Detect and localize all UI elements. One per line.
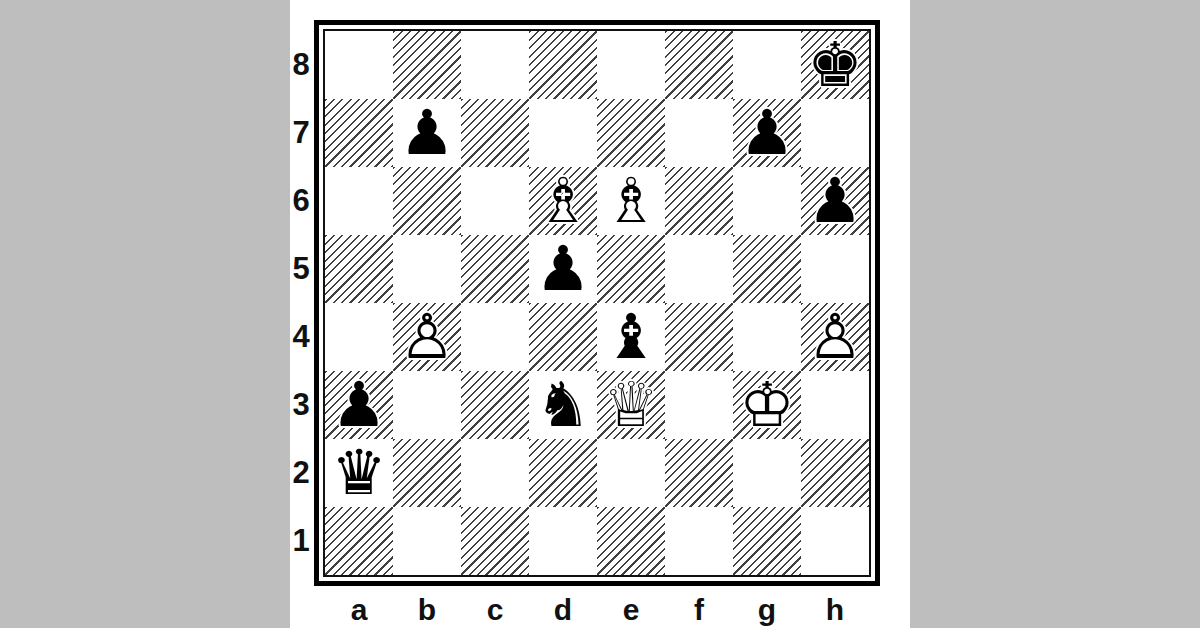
square-b3[interactable] bbox=[393, 371, 461, 439]
rank-labels: 87654321 bbox=[290, 0, 312, 628]
black-bishop-glyph: ♝ bbox=[597, 303, 665, 371]
diagram-panel: 87654321 ♚♚♟♟♟♟♝♗♝♗♟♟♟♟♟♙♝♝♟♙♟♟♞♞♛♕♚♔♛♛ … bbox=[290, 0, 910, 628]
square-a1[interactable] bbox=[325, 507, 393, 575]
board-frame: ♚♚♟♟♟♟♝♗♝♗♟♟♟♟♟♙♝♝♟♙♟♟♞♞♛♕♚♔♛♛ bbox=[314, 20, 880, 586]
rank-label-8: 8 bbox=[290, 31, 312, 99]
square-h4[interactable]: ♟♙ bbox=[801, 303, 869, 371]
square-a4[interactable] bbox=[325, 303, 393, 371]
square-g1[interactable] bbox=[733, 507, 801, 575]
file-label-d: d bbox=[529, 592, 597, 628]
square-d4[interactable] bbox=[529, 303, 597, 371]
square-f5[interactable] bbox=[665, 235, 733, 303]
square-g5[interactable] bbox=[733, 235, 801, 303]
left-gray-bar bbox=[0, 0, 290, 628]
square-g2[interactable] bbox=[733, 439, 801, 507]
square-f6[interactable] bbox=[665, 167, 733, 235]
file-label-e: e bbox=[597, 592, 665, 628]
piece-white-pawn-h4[interactable]: ♟♙ bbox=[801, 303, 869, 371]
square-h5[interactable] bbox=[801, 235, 869, 303]
square-d1[interactable] bbox=[529, 507, 597, 575]
piece-white-king-g3[interactable]: ♚♔ bbox=[733, 371, 801, 439]
square-b2[interactable] bbox=[393, 439, 461, 507]
square-e4[interactable]: ♝♝ bbox=[597, 303, 665, 371]
square-e7[interactable] bbox=[597, 99, 665, 167]
square-f7[interactable] bbox=[665, 99, 733, 167]
black-king-glyph: ♚ bbox=[801, 31, 869, 99]
black-pawn-glyph: ♟ bbox=[325, 371, 393, 439]
white-queen-glyph: ♕ bbox=[597, 371, 665, 439]
square-g6[interactable] bbox=[733, 167, 801, 235]
rank-label-3: 3 bbox=[290, 371, 312, 439]
black-pawn-glyph: ♟ bbox=[529, 235, 597, 303]
square-e6[interactable]: ♝♗ bbox=[597, 167, 665, 235]
square-h8[interactable]: ♚♚ bbox=[801, 31, 869, 99]
file-label-g: g bbox=[733, 592, 801, 628]
square-g4[interactable] bbox=[733, 303, 801, 371]
square-d2[interactable] bbox=[529, 439, 597, 507]
piece-black-pawn-d5[interactable]: ♟♟ bbox=[529, 235, 597, 303]
rank-label-1: 1 bbox=[290, 507, 312, 575]
square-b6[interactable] bbox=[393, 167, 461, 235]
square-b8[interactable] bbox=[393, 31, 461, 99]
right-gray-bar bbox=[910, 0, 1200, 628]
square-a2[interactable]: ♛♛ bbox=[325, 439, 393, 507]
square-d8[interactable] bbox=[529, 31, 597, 99]
square-d5[interactable]: ♟♟ bbox=[529, 235, 597, 303]
square-d6[interactable]: ♝♗ bbox=[529, 167, 597, 235]
white-pawn-glyph: ♙ bbox=[393, 303, 461, 371]
rank-label-5: 5 bbox=[290, 235, 312, 303]
square-a6[interactable] bbox=[325, 167, 393, 235]
square-d7[interactable] bbox=[529, 99, 597, 167]
square-h7[interactable] bbox=[801, 99, 869, 167]
square-e3[interactable]: ♛♕ bbox=[597, 371, 665, 439]
piece-black-bishop-e4[interactable]: ♝♝ bbox=[597, 303, 665, 371]
file-label-a: a bbox=[325, 592, 393, 628]
square-c7[interactable] bbox=[461, 99, 529, 167]
white-king-glyph: ♔ bbox=[733, 371, 801, 439]
square-b5[interactable] bbox=[393, 235, 461, 303]
piece-white-pawn-b4[interactable]: ♟♙ bbox=[393, 303, 461, 371]
rank-label-4: 4 bbox=[290, 303, 312, 371]
black-pawn-glyph: ♟ bbox=[733, 99, 801, 167]
square-f4[interactable] bbox=[665, 303, 733, 371]
square-f8[interactable] bbox=[665, 31, 733, 99]
black-pawn-glyph: ♟ bbox=[801, 167, 869, 235]
piece-black-pawn-a3[interactable]: ♟♟ bbox=[325, 371, 393, 439]
black-knight-glyph: ♞ bbox=[529, 371, 597, 439]
black-queen-glyph: ♛ bbox=[325, 439, 393, 507]
square-a8[interactable] bbox=[325, 31, 393, 99]
square-h1[interactable] bbox=[801, 507, 869, 575]
piece-black-pawn-h6[interactable]: ♟♟ bbox=[801, 167, 869, 235]
piece-black-pawn-g7[interactable]: ♟♟ bbox=[733, 99, 801, 167]
file-label-h: h bbox=[801, 592, 869, 628]
square-c1[interactable] bbox=[461, 507, 529, 575]
square-e8[interactable] bbox=[597, 31, 665, 99]
square-c8[interactable] bbox=[461, 31, 529, 99]
square-a7[interactable] bbox=[325, 99, 393, 167]
piece-black-queen-a2[interactable]: ♛♛ bbox=[325, 439, 393, 507]
black-pawn-glyph: ♟ bbox=[393, 99, 461, 167]
square-c5[interactable] bbox=[461, 235, 529, 303]
square-h2[interactable] bbox=[801, 439, 869, 507]
piece-white-bishop-d6[interactable]: ♝♗ bbox=[529, 167, 597, 235]
square-h6[interactable]: ♟♟ bbox=[801, 167, 869, 235]
square-c2[interactable] bbox=[461, 439, 529, 507]
rank-label-6: 6 bbox=[290, 167, 312, 235]
square-g7[interactable]: ♟♟ bbox=[733, 99, 801, 167]
square-h3[interactable] bbox=[801, 371, 869, 439]
file-label-f: f bbox=[665, 592, 733, 628]
square-d3[interactable]: ♞♞ bbox=[529, 371, 597, 439]
square-b1[interactable] bbox=[393, 507, 461, 575]
square-a3[interactable]: ♟♟ bbox=[325, 371, 393, 439]
white-bishop-glyph: ♗ bbox=[597, 167, 665, 235]
piece-black-pawn-b7[interactable]: ♟♟ bbox=[393, 99, 461, 167]
piece-black-king-h8[interactable]: ♚♚ bbox=[801, 31, 869, 99]
square-c3[interactable] bbox=[461, 371, 529, 439]
piece-white-bishop-e6[interactable]: ♝♗ bbox=[597, 167, 665, 235]
square-f1[interactable] bbox=[665, 507, 733, 575]
rank-label-7: 7 bbox=[290, 99, 312, 167]
rank-label-2: 2 bbox=[290, 439, 312, 507]
square-c6[interactable] bbox=[461, 167, 529, 235]
square-e5[interactable] bbox=[597, 235, 665, 303]
white-pawn-glyph: ♙ bbox=[801, 303, 869, 371]
chess-board: ♚♚♟♟♟♟♝♗♝♗♟♟♟♟♟♙♝♝♟♙♟♟♞♞♛♕♚♔♛♛ bbox=[323, 29, 871, 577]
square-g8[interactable] bbox=[733, 31, 801, 99]
piece-white-queen-e3[interactable]: ♛♕ bbox=[597, 371, 665, 439]
square-g3[interactable]: ♚♔ bbox=[733, 371, 801, 439]
file-label-c: c bbox=[461, 592, 529, 628]
square-e1[interactable] bbox=[597, 507, 665, 575]
white-bishop-glyph: ♗ bbox=[529, 167, 597, 235]
page: 87654321 ♚♚♟♟♟♟♝♗♝♗♟♟♟♟♟♙♝♝♟♙♟♟♞♞♛♕♚♔♛♛ … bbox=[0, 0, 1200, 628]
square-a5[interactable] bbox=[325, 235, 393, 303]
square-b4[interactable]: ♟♙ bbox=[393, 303, 461, 371]
file-label-b: b bbox=[393, 592, 461, 628]
square-e2[interactable] bbox=[597, 439, 665, 507]
square-b7[interactable]: ♟♟ bbox=[393, 99, 461, 167]
piece-black-knight-d3[interactable]: ♞♞ bbox=[529, 371, 597, 439]
square-f3[interactable] bbox=[665, 371, 733, 439]
square-f2[interactable] bbox=[665, 439, 733, 507]
square-c4[interactable] bbox=[461, 303, 529, 371]
